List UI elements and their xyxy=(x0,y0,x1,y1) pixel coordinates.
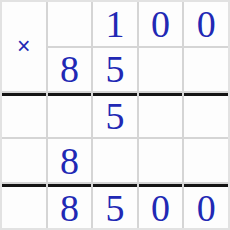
cell-r4c2[interactable]: 8 xyxy=(48,139,92,183)
cell-r5c3[interactable]: 5 xyxy=(93,184,137,228)
cell-r3c4[interactable] xyxy=(139,93,183,137)
cell-r3c3[interactable]: 5 xyxy=(93,93,137,137)
cell-r3c5[interactable] xyxy=(184,93,228,137)
cell-r5c1[interactable] xyxy=(2,184,46,228)
cell-r2c5 xyxy=(184,48,228,92)
cell-r5c4[interactable]: 0 xyxy=(139,184,183,228)
cell-r5c5[interactable]: 0 xyxy=(184,184,228,228)
cell-r2c2: 8 xyxy=(48,48,92,92)
cell-r2c3: 5 xyxy=(93,48,137,92)
cell-r5c2[interactable]: 8 xyxy=(48,184,92,228)
cell-r1c3: 1 xyxy=(93,2,137,46)
multiplication-grid: ×10085588500 xyxy=(0,0,230,230)
cell-r4c1[interactable] xyxy=(2,139,46,183)
cell-r3c1[interactable] xyxy=(2,93,46,137)
cell-r4c3[interactable] xyxy=(93,139,137,183)
cell-r2c4 xyxy=(139,48,183,92)
cell-r1c5: 0 xyxy=(184,2,228,46)
cell-r3c2[interactable] xyxy=(48,93,92,137)
operator-cell: × xyxy=(2,2,46,91)
cell-r4c4[interactable] xyxy=(139,139,183,183)
cell-r1c4: 0 xyxy=(139,2,183,46)
cell-r4c5[interactable] xyxy=(184,139,228,183)
cell-r1c2 xyxy=(48,2,92,46)
